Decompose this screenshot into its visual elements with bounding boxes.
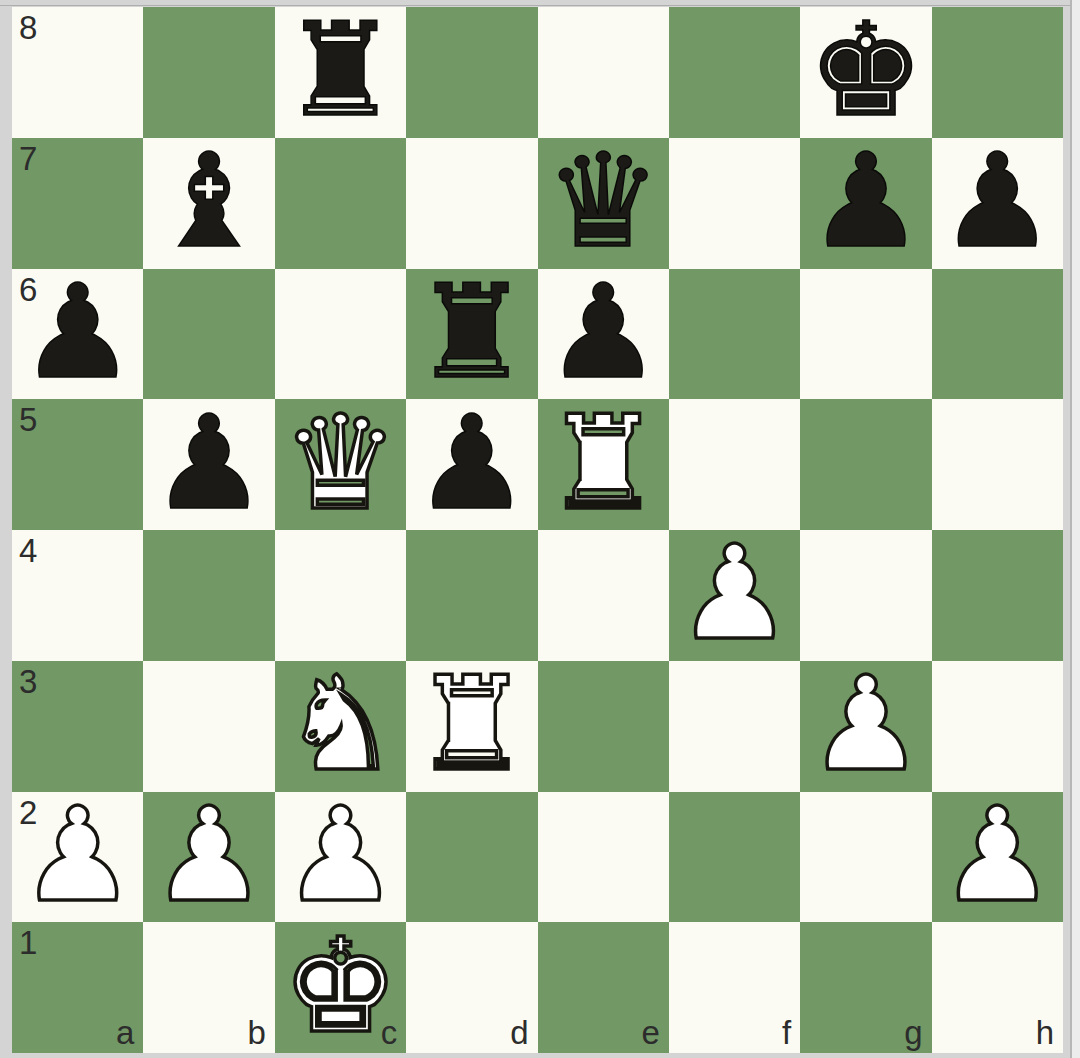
square-b2[interactable]: ♟ (143, 792, 274, 923)
square-h3[interactable] (932, 661, 1063, 792)
white-king-c1[interactable]: ♚ (282, 921, 399, 1051)
square-b7[interactable]: ♝ (143, 138, 274, 269)
file-label-h: h (1036, 1016, 1054, 1049)
white-pawn-f4[interactable]: ♟ (676, 528, 793, 658)
square-a6[interactable]: 6♟ (12, 269, 143, 400)
file-label-e: e (642, 1016, 660, 1049)
square-b4[interactable] (143, 530, 274, 661)
square-h5[interactable] (932, 399, 1063, 530)
white-pawn-h2[interactable]: ♟ (939, 790, 1056, 920)
rank-label-4: 4 (19, 534, 37, 567)
square-b3[interactable] (143, 661, 274, 792)
rank-label-8: 8 (19, 11, 37, 44)
black-pawn-g7[interactable]: ♟ (808, 136, 925, 266)
square-d8[interactable] (406, 7, 537, 138)
square-e5[interactable]: ♜ (538, 399, 669, 530)
square-b5[interactable]: ♟ (143, 399, 274, 530)
square-h6[interactable] (932, 269, 1063, 400)
square-g6[interactable] (800, 269, 931, 400)
square-g1[interactable]: g (800, 922, 931, 1053)
file-label-g: g (904, 1016, 922, 1049)
file-label-d: d (510, 1016, 528, 1049)
square-h8[interactable] (932, 7, 1063, 138)
square-g7[interactable]: ♟ (800, 138, 931, 269)
white-knight-c3[interactable]: ♞ (282, 659, 399, 789)
square-c7[interactable] (275, 138, 406, 269)
chess-board: 8♜♚7♝♛♟♟6♟♜♟5♟♛♟♜4♟3♞♜♟2♟♟♟♟1abc♚defgh (12, 7, 1063, 1053)
white-queen-c5[interactable]: ♛ (282, 398, 399, 528)
square-b1[interactable]: b (143, 922, 274, 1053)
white-pawn-b2[interactable]: ♟ (151, 790, 268, 920)
file-label-a: a (116, 1016, 134, 1049)
square-f4[interactable]: ♟ (669, 530, 800, 661)
square-g4[interactable] (800, 530, 931, 661)
square-f8[interactable] (669, 7, 800, 138)
black-rook-c8[interactable]: ♜ (282, 5, 399, 135)
scrollbar-track[interactable] (1070, 0, 1080, 1058)
black-bishop-b7[interactable]: ♝ (151, 136, 268, 266)
square-d6[interactable]: ♜ (406, 269, 537, 400)
square-a3[interactable]: 3 (12, 661, 143, 792)
square-h2[interactable]: ♟ (932, 792, 1063, 923)
square-f6[interactable] (669, 269, 800, 400)
square-b8[interactable] (143, 7, 274, 138)
file-label-b: b (247, 1016, 265, 1049)
black-pawn-h7[interactable]: ♟ (939, 136, 1056, 266)
square-g5[interactable] (800, 399, 931, 530)
square-c4[interactable] (275, 530, 406, 661)
square-a8[interactable]: 8 (12, 7, 143, 138)
black-king-g8[interactable]: ♚ (808, 5, 925, 135)
square-h4[interactable] (932, 530, 1063, 661)
square-a2[interactable]: 2♟ (12, 792, 143, 923)
square-d7[interactable] (406, 138, 537, 269)
rank-label-5: 5 (19, 403, 37, 436)
white-rook-d3[interactable]: ♜ (414, 659, 531, 789)
square-f1[interactable]: f (669, 922, 800, 1053)
square-c6[interactable] (275, 269, 406, 400)
square-d2[interactable] (406, 792, 537, 923)
square-c1[interactable]: c♚ (275, 922, 406, 1053)
square-a5[interactable]: 5 (12, 399, 143, 530)
black-rook-d6[interactable]: ♜ (414, 267, 531, 397)
square-a4[interactable]: 4 (12, 530, 143, 661)
black-pawn-d5[interactable]: ♟ (414, 398, 531, 528)
square-h1[interactable]: h (932, 922, 1063, 1053)
square-f3[interactable] (669, 661, 800, 792)
square-c8[interactable]: ♜ (275, 7, 406, 138)
square-c5[interactable]: ♛ (275, 399, 406, 530)
black-pawn-b5[interactable]: ♟ (151, 398, 268, 528)
square-c3[interactable]: ♞ (275, 661, 406, 792)
white-rook-e5[interactable]: ♜ (545, 398, 662, 528)
rank-label-3: 3 (19, 665, 37, 698)
white-pawn-g3[interactable]: ♟ (808, 659, 925, 789)
square-d5[interactable]: ♟ (406, 399, 537, 530)
rank-label-7: 7 (19, 142, 37, 175)
square-g2[interactable] (800, 792, 931, 923)
black-pawn-e6[interactable]: ♟ (545, 267, 662, 397)
black-pawn-a6[interactable]: ♟ (19, 267, 136, 397)
square-g3[interactable]: ♟ (800, 661, 931, 792)
black-queen-e7[interactable]: ♛ (545, 136, 662, 266)
square-f7[interactable] (669, 138, 800, 269)
rank-label-1: 1 (19, 926, 37, 959)
square-d3[interactable]: ♜ (406, 661, 537, 792)
white-pawn-a2[interactable]: ♟ (19, 790, 136, 920)
square-f5[interactable] (669, 399, 800, 530)
square-f2[interactable] (669, 792, 800, 923)
square-a7[interactable]: 7 (12, 138, 143, 269)
square-e1[interactable]: e (538, 922, 669, 1053)
square-e2[interactable] (538, 792, 669, 923)
square-e3[interactable] (538, 661, 669, 792)
square-a1[interactable]: 1a (12, 922, 143, 1053)
square-d4[interactable] (406, 530, 537, 661)
file-label-f: f (782, 1016, 791, 1049)
square-e4[interactable] (538, 530, 669, 661)
square-d1[interactable]: d (406, 922, 537, 1053)
square-b6[interactable] (143, 269, 274, 400)
square-e6[interactable]: ♟ (538, 269, 669, 400)
square-c2[interactable]: ♟ (275, 792, 406, 923)
white-pawn-c2[interactable]: ♟ (282, 790, 399, 920)
square-h7[interactable]: ♟ (932, 138, 1063, 269)
square-e8[interactable] (538, 7, 669, 138)
square-g8[interactable]: ♚ (800, 7, 931, 138)
square-e7[interactable]: ♛ (538, 138, 669, 269)
